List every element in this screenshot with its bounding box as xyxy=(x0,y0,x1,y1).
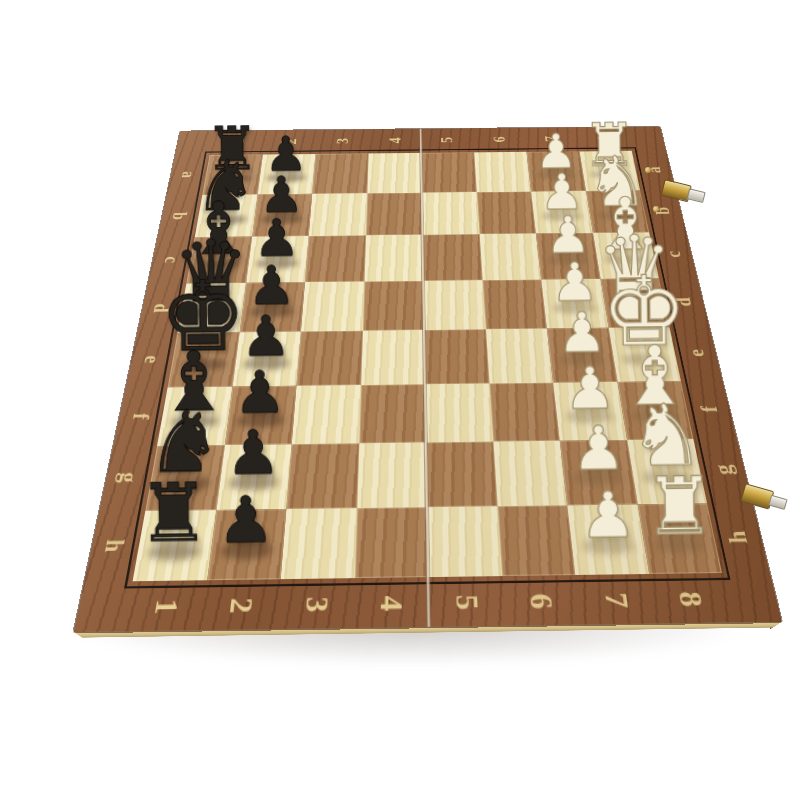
square-g5[interactable] xyxy=(426,442,497,507)
piece-white-rook-h8[interactable]: ♜ xyxy=(644,466,716,547)
product-photo-chess-set: 12345678 12345678 abcdefgh abcdefgh ♜♟♟♜… xyxy=(0,0,800,800)
square-c5[interactable] xyxy=(422,234,482,280)
square-e3[interactable] xyxy=(296,331,362,386)
brass-screw xyxy=(653,206,659,212)
clasp-loop xyxy=(687,188,706,203)
square-h8[interactable]: ♜ xyxy=(637,503,722,574)
rank-label-back: 4 xyxy=(368,131,421,151)
square-a3[interactable] xyxy=(312,154,368,194)
square-f5[interactable] xyxy=(425,383,493,442)
square-d6[interactable] xyxy=(482,279,547,329)
square-f6[interactable] xyxy=(489,382,560,441)
piece-black-pawn-g2[interactable]: ♟ xyxy=(226,423,281,484)
square-b3[interactable] xyxy=(309,193,367,236)
square-e6[interactable] xyxy=(485,329,553,383)
perspective-scene: 12345678 12345678 abcdefgh abcdefgh ♜♟♟♜… xyxy=(0,0,800,800)
square-b6[interactable] xyxy=(476,191,535,234)
square-f4[interactable] xyxy=(359,384,426,444)
square-g3[interactable] xyxy=(286,443,358,508)
square-a4[interactable] xyxy=(367,153,422,193)
rank-label-front: 4 xyxy=(353,581,429,626)
rank-label-back: 6 xyxy=(472,130,526,150)
piece-white-pawn-e7[interactable]: ♟ xyxy=(557,305,607,361)
square-b5[interactable] xyxy=(422,192,479,235)
rank-label-back: 5 xyxy=(421,130,474,150)
brass-screw xyxy=(645,167,651,173)
rank-label-back: 3 xyxy=(316,131,369,151)
square-c4[interactable] xyxy=(364,235,423,281)
square-h7[interactable]: ♟ xyxy=(567,504,649,575)
square-d4[interactable] xyxy=(362,280,424,330)
square-c6[interactable] xyxy=(479,234,541,280)
square-a6[interactable] xyxy=(474,152,531,192)
square-h1[interactable]: ♜ xyxy=(133,509,216,581)
file-label-right: h xyxy=(713,502,766,573)
piece-white-pawn-f7[interactable]: ♟ xyxy=(563,359,615,417)
clasp-loop xyxy=(768,495,787,510)
square-e4[interactable] xyxy=(361,330,425,385)
rank-label-front: 6 xyxy=(502,579,581,624)
square-e5[interactable] xyxy=(424,329,489,384)
board-top-face: 12345678 12345678 abcdefgh abcdefgh ♜♟♟♜… xyxy=(74,126,782,632)
piece-black-pawn-e2[interactable]: ♟ xyxy=(241,309,291,365)
square-d3[interactable] xyxy=(301,281,364,331)
square-d5[interactable] xyxy=(423,280,485,330)
square-h3[interactable] xyxy=(281,508,357,580)
square-h5[interactable] xyxy=(427,506,502,577)
piece-white-pawn-h7[interactable]: ♟ xyxy=(579,483,636,547)
square-g6[interactable] xyxy=(493,441,567,506)
rank-label-front: 5 xyxy=(428,580,505,625)
square-f3[interactable] xyxy=(292,385,361,445)
rank-label-front: 8 xyxy=(649,577,732,621)
rank-label-front: 2 xyxy=(200,583,280,628)
file-label-left: h xyxy=(88,510,140,581)
piece-black-pawn-f2[interactable]: ♟ xyxy=(234,363,287,422)
rank-label-front: 3 xyxy=(277,582,355,627)
square-h6[interactable] xyxy=(497,505,575,576)
square-b4[interactable] xyxy=(366,192,423,235)
square-g4[interactable] xyxy=(357,442,427,507)
piece-black-pawn-h2[interactable]: ♟ xyxy=(217,488,275,552)
rank-label-front: 7 xyxy=(576,578,657,622)
square-c3[interactable] xyxy=(305,235,366,281)
square-h4[interactable] xyxy=(354,507,428,579)
piece-white-pawn-g7[interactable]: ♟ xyxy=(571,418,626,479)
square-a5[interactable] xyxy=(421,152,476,192)
piece-black-rook-h1[interactable]: ♜ xyxy=(137,472,210,553)
chess-board: 12345678 12345678 abcdefgh abcdefgh ♜♟♟♜… xyxy=(74,126,782,632)
rank-label-front: 1 xyxy=(124,584,206,629)
square-h2[interactable]: ♟ xyxy=(207,509,287,581)
